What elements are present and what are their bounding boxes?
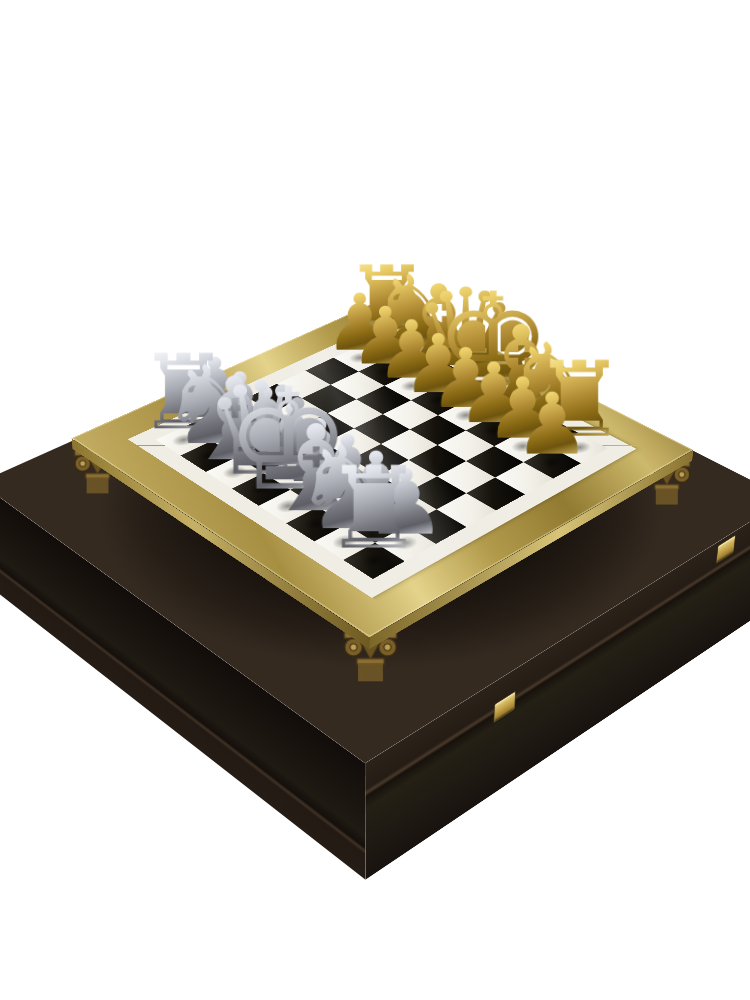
brass-clasp: [493, 691, 515, 724]
piece-glyph: ♟: [514, 382, 590, 467]
chess-set-photo: ♜♞♝♛♚♝♞♜♟♟♟♟♟♟♟♟♟♟♟♟♟♟♟♟♜♞♝♛♚♝♞♜: [0, 0, 750, 1000]
scene-3d: ♜♞♝♛♚♝♞♜♟♟♟♟♟♟♟♟♟♟♟♟♟♟♟♟♜♞♝♛♚♝♞♜: [0, 0, 750, 1000]
piece-glyph: ♜: [323, 451, 425, 565]
